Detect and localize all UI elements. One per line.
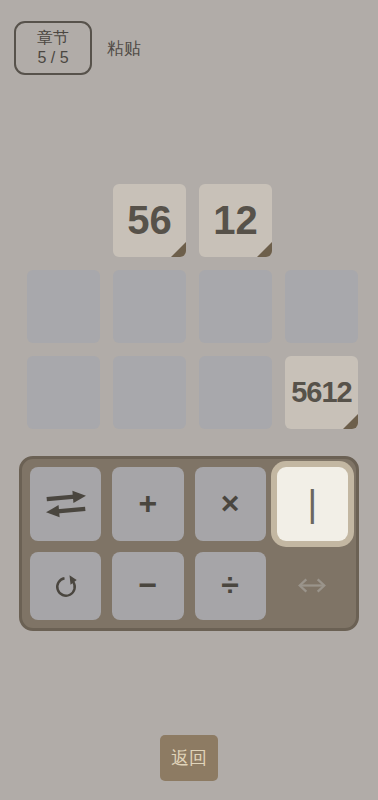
tile-value: 56: [127, 198, 172, 243]
key-glyph: |: [308, 483, 318, 525]
corner-fold-icon: [257, 242, 272, 257]
empty-slot: [285, 270, 358, 343]
mirror-key[interactable]: [277, 552, 348, 621]
empty-slot: [113, 270, 186, 343]
tile-value: 5612: [291, 376, 352, 409]
concatenate-key[interactable]: |: [277, 467, 348, 541]
board-gap: [27, 184, 100, 257]
divide-key[interactable]: ÷: [195, 552, 266, 621]
back-button[interactable]: 返回: [160, 735, 218, 781]
number-tile[interactable]: 5612: [285, 356, 358, 429]
paste-button[interactable]: 粘贴: [107, 37, 141, 60]
key-glyph: ×: [221, 485, 240, 522]
number-tile[interactable]: 56: [113, 184, 186, 257]
left-right-arrow-icon: [295, 577, 329, 594]
chapter-label: 章节: [37, 28, 69, 48]
multiply-key[interactable]: ×: [195, 467, 266, 541]
empty-slot: [27, 270, 100, 343]
operator-keypad: +×|−÷: [19, 456, 359, 631]
empty-slot: [27, 356, 100, 429]
swap-arrows-icon: [42, 489, 90, 519]
key-glyph: ÷: [221, 567, 239, 604]
number-tile[interactable]: 12: [199, 184, 272, 257]
key-glyph: +: [139, 485, 158, 522]
add-key[interactable]: +: [112, 467, 183, 541]
corner-fold-icon: [343, 414, 358, 429]
subtract-key[interactable]: −: [112, 552, 183, 621]
key-glyph: −: [139, 567, 158, 604]
chapter-progress: 5 / 5: [37, 48, 68, 68]
tile-board: 56125612: [27, 184, 358, 429]
swap-key[interactable]: [30, 467, 101, 541]
empty-slot: [199, 270, 272, 343]
corner-fold-icon: [171, 242, 186, 257]
undo-icon: [52, 572, 80, 600]
tile-value: 12: [213, 198, 258, 243]
board-gap: [285, 184, 358, 257]
chapter-selector-button[interactable]: 章节 5 / 5: [14, 21, 92, 75]
empty-slot: [113, 356, 186, 429]
undo-key[interactable]: [30, 552, 101, 621]
empty-slot: [199, 356, 272, 429]
game-screen: 章节 5 / 5 粘贴 56125612 +×|−÷ 返回: [0, 0, 378, 800]
